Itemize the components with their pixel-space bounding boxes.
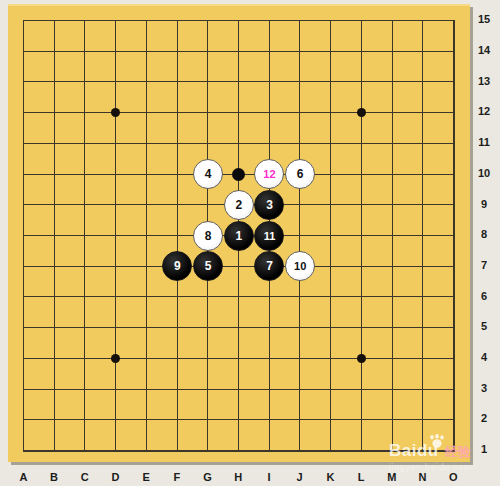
row-label-4: 4 bbox=[470, 342, 498, 373]
row-label-11: 11 bbox=[470, 127, 498, 158]
star-point-d4 bbox=[111, 354, 120, 363]
row-label-3: 3 bbox=[470, 372, 498, 403]
row-label-13: 13 bbox=[470, 65, 498, 96]
stone-white-6-j10: 6 bbox=[285, 159, 315, 189]
stone-black-5-g7: 5 bbox=[193, 251, 223, 281]
stone-white-4-g10: 4 bbox=[193, 159, 223, 189]
row-label-6: 6 bbox=[470, 280, 498, 311]
column-label-k: K bbox=[315, 470, 346, 484]
column-label-g: G bbox=[192, 470, 223, 484]
marked-point-h10 bbox=[232, 168, 245, 181]
column-label-b: B bbox=[39, 470, 70, 484]
board-intersections: 123456789101112 bbox=[9, 6, 470, 467]
column-label-j: J bbox=[284, 470, 315, 484]
row-label-2: 2 bbox=[470, 403, 498, 434]
column-label-l: L bbox=[346, 470, 377, 484]
stone-black-11-i8: 11 bbox=[254, 221, 284, 251]
stone-white-2-h9: 2 bbox=[224, 190, 254, 220]
stone-black-1-h8: 1 bbox=[224, 221, 254, 251]
column-label-f: F bbox=[162, 470, 193, 484]
column-label-a: A bbox=[8, 470, 39, 484]
gomoku-board: 123456789101112 Baidu 经验 jingy bbox=[8, 4, 470, 462]
column-label-d: D bbox=[100, 470, 131, 484]
stone-black-9-f7: 9 bbox=[162, 251, 192, 281]
star-point-d12 bbox=[111, 108, 120, 117]
row-label-15: 15 bbox=[470, 4, 498, 35]
stone-white-10-j7: 10 bbox=[285, 251, 315, 281]
row-label-10: 10 bbox=[470, 158, 498, 189]
stone-black-7-i7: 7 bbox=[254, 251, 284, 281]
stone-black-3-i9: 3 bbox=[254, 190, 284, 220]
column-label-n: N bbox=[407, 470, 438, 484]
screenshot-page: 123456789101112 Baidu 经验 jingy bbox=[0, 0, 500, 486]
row-label-5: 5 bbox=[470, 311, 498, 342]
row-label-12: 12 bbox=[470, 96, 498, 127]
row-labels: 151413121110987654321 bbox=[470, 4, 498, 465]
column-label-e: E bbox=[131, 470, 162, 484]
star-point-l12 bbox=[357, 108, 366, 117]
column-label-i: I bbox=[254, 470, 285, 484]
column-label-c: C bbox=[69, 470, 100, 484]
stone-white-12-i10: 12 bbox=[254, 159, 284, 189]
row-label-14: 14 bbox=[470, 35, 498, 66]
column-label-o: O bbox=[438, 470, 469, 484]
column-label-h: H bbox=[223, 470, 254, 484]
column-labels: ABCDEFGHIJKLMNO bbox=[8, 470, 469, 484]
row-label-8: 8 bbox=[470, 219, 498, 250]
column-label-m: M bbox=[376, 470, 407, 484]
stone-white-8-g8: 8 bbox=[193, 221, 223, 251]
row-label-7: 7 bbox=[470, 250, 498, 281]
row-label-1: 1 bbox=[470, 434, 498, 465]
star-point-l4 bbox=[357, 354, 366, 363]
row-label-9: 9 bbox=[470, 188, 498, 219]
